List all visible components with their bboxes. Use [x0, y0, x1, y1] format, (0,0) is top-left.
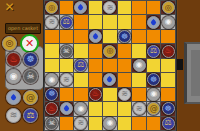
board-cell-r7c3[interactable] — [74, 88, 88, 101]
palette-gold-ring-rune-button[interactable]: ◎ — [2, 36, 17, 51]
blue-cog-rune-glyph: ☸ — [165, 105, 172, 113]
board-cell-r5c8[interactable] — [147, 59, 161, 72]
gold-ring-rune-glyph: ◎ — [165, 4, 172, 12]
board-cell-r2c5[interactable] — [103, 15, 117, 28]
white-spiral-rune-glyph: ◉ — [150, 90, 157, 98]
board-cell-r9c5[interactable]: ◉ — [103, 117, 117, 130]
blue-cog-rune-glyph: ☸ — [26, 55, 34, 64]
palette-blue-cog-rune-button[interactable]: ☸ — [23, 52, 38, 67]
water-rune-token — [147, 16, 160, 29]
board-cell-r6c3[interactable] — [74, 73, 88, 86]
gold-ring-rune-glyph: ◎ — [106, 47, 113, 55]
board-cell-r6c7[interactable] — [132, 73, 146, 86]
waves-rune-glyph: ≋ — [136, 105, 143, 113]
scales-rune-glyph: ⚖ — [150, 47, 157, 55]
board-cell-r2c7[interactable] — [132, 15, 146, 28]
board-cell-r8c1[interactable]: ♨ — [45, 102, 59, 115]
board-cell-r3c5[interactable] — [103, 30, 117, 43]
skull-rune-token: ☠ — [60, 45, 73, 58]
waves-rune-glyph: ≋ — [63, 76, 70, 84]
board-cell-r4c5[interactable]: ◎ — [103, 44, 117, 57]
blue-cog-rune-token: ☸ — [45, 88, 58, 101]
scales-rune-token: ⚖ — [74, 59, 87, 72]
water-rune-token — [89, 30, 102, 43]
fire-rune-glyph: ♨ — [9, 55, 17, 64]
board-cell-r1c1[interactable]: ◎ — [45, 1, 59, 14]
board-cell-r4c4[interactable] — [89, 44, 103, 57]
white-spiral-rune-token: ◉ — [74, 102, 87, 115]
skull-rune-glyph: ☠ — [63, 47, 70, 55]
board-cell-r2c8[interactable] — [147, 15, 161, 28]
board-cell-r5c6[interactable] — [118, 59, 132, 72]
board-cell-r7c5[interactable] — [103, 88, 117, 101]
fire-rune-token: ♨ — [45, 102, 58, 115]
board-cell-r6c9[interactable] — [161, 73, 175, 86]
board-cell-r4c8[interactable]: ⚖ — [147, 44, 161, 57]
board-cell-r4c7[interactable] — [132, 44, 146, 57]
scales-rune-glyph: ⚖ — [165, 119, 172, 127]
fire-rune-token: ♨ — [89, 88, 102, 101]
board-cell-r4c1[interactable] — [45, 44, 59, 57]
gold-spiral-rune-token: @ — [147, 102, 160, 115]
board-cell-r3c8[interactable] — [147, 30, 161, 43]
cancel-selection-button[interactable]: ✕ — [20, 34, 39, 53]
waves-rune-token: ≋ — [118, 88, 131, 101]
board-cell-r1c2[interactable] — [60, 1, 74, 14]
waves-rune-glyph: ≋ — [121, 90, 128, 98]
board-cell-r7c1[interactable]: ☸ — [45, 88, 59, 101]
palette-water-rune-button[interactable] — [6, 90, 21, 105]
fire-rune-glyph: ♨ — [165, 47, 172, 55]
board-cell-r8c7[interactable]: ≋ — [132, 102, 146, 115]
window-notch — [177, 59, 183, 70]
palette-skull-rune-button[interactable]: ☠ — [23, 69, 38, 84]
board-cell-r3c9[interactable] — [161, 30, 175, 43]
gold-spiral-rune-glyph: @ — [150, 105, 158, 113]
water-rune-token — [74, 1, 87, 14]
board-cell-r9c2[interactable] — [60, 117, 74, 130]
board-cell-r5c3[interactable]: ⚖ — [74, 59, 88, 72]
sudoku-board: ◎≋◎≋⚖◉☸☠◎⚖♨⚖◉◉≋☸☸♨≋◉♨◉≋@☸☠≋◉⚖ — [43, 0, 177, 131]
waves-rune-token: ≋ — [133, 102, 146, 115]
water-rune-glyph — [77, 4, 84, 11]
board-cell-r8c4[interactable] — [89, 102, 103, 115]
water-rune-token — [60, 102, 73, 115]
white-spiral-rune-glyph: ◉ — [106, 119, 113, 127]
waves-rune-token: ≋ — [103, 1, 116, 14]
board-cell-r3c6[interactable]: ☸ — [118, 30, 132, 43]
board-cell-r9c9[interactable]: ⚖ — [161, 117, 175, 130]
board-cell-r9c8[interactable] — [147, 117, 161, 130]
board-cell-r8c3[interactable]: ◉ — [74, 102, 88, 115]
gold-ring-rune-glyph: ◎ — [48, 4, 55, 12]
blue-cog-rune-token: ☸ — [162, 102, 175, 115]
board-cell-r6c5[interactable] — [103, 73, 117, 86]
waves-rune-token: ≋ — [60, 73, 73, 86]
board-cell-r7c6[interactable]: ≋ — [118, 88, 132, 101]
board-cell-r1c9[interactable]: ◎ — [161, 1, 175, 14]
scales-rune-glyph: ⚖ — [26, 111, 34, 120]
palette-fire-rune-button[interactable]: ♨ — [6, 52, 21, 67]
fire-rune-token: ♨ — [162, 45, 175, 58]
board-cell-r7c4[interactable]: ♨ — [89, 88, 103, 101]
gold-ring-rune-token: ◎ — [103, 45, 116, 58]
board-cell-r4c2[interactable]: ☠ — [60, 44, 74, 57]
board-cell-r8c6[interactable] — [118, 102, 132, 115]
waves-rune-glyph: ≋ — [10, 111, 18, 120]
board-cell-r7c2[interactable] — [60, 88, 74, 101]
blue-cog-rune-token: ☸ — [147, 73, 160, 86]
board-cell-r6c6[interactable] — [118, 73, 132, 86]
white-spiral-rune-token: ◉ — [133, 59, 146, 72]
background-window — [184, 42, 200, 104]
palette-scales-rune-button[interactable]: ⚖ — [23, 108, 38, 123]
palette-white-spiral-rune-button[interactable]: ◉ — [6, 69, 21, 84]
side-panel: ✕ open casket ◎✕♨☸◉☠@≋⚖ — [0, 0, 43, 131]
blue-cog-rune-token: ☸ — [118, 30, 131, 43]
scales-rune-token: ⚖ — [147, 45, 160, 58]
board-cell-r2c4[interactable] — [89, 15, 103, 28]
white-spiral-rune-glyph: ◉ — [77, 105, 84, 113]
board-cell-r8c5[interactable] — [103, 102, 117, 115]
board-cell-r5c5[interactable] — [103, 59, 117, 72]
board-cell-r5c2[interactable] — [60, 59, 74, 72]
game-screen: ✕ open casket ◎✕♨☸◉☠@≋⚖ ◎≋◎≋⚖◉☸☠◎⚖♨⚖◉◉≋☸… — [0, 0, 200, 131]
board-cell-r8c2[interactable] — [60, 102, 74, 115]
white-spiral-rune-token: ◉ — [162, 16, 175, 29]
gold-ring-rune-token: ◎ — [162, 1, 175, 14]
board-cell-r9c1[interactable]: ☠ — [45, 117, 59, 130]
board-cell-r1c3[interactable] — [74, 1, 88, 14]
skull-rune-glyph: ☠ — [26, 72, 34, 81]
board-cell-r2c9[interactable]: ◉ — [161, 15, 175, 28]
waves-rune-glyph: ≋ — [107, 4, 114, 12]
board-cell-r5c7[interactable]: ◉ — [132, 59, 146, 72]
board-cell-r6c8[interactable]: ☸ — [147, 73, 161, 86]
fire-rune-glyph: ♨ — [92, 90, 99, 98]
board-cell-r7c9[interactable] — [161, 88, 175, 101]
water-rune-glyph — [106, 76, 113, 83]
blue-cog-rune-glyph: ☸ — [48, 90, 55, 98]
gold-ring-rune-token: ◎ — [45, 1, 58, 14]
palette-gold-spiral-rune-button[interactable]: @ — [23, 90, 38, 105]
water-rune-glyph — [92, 33, 99, 40]
board-cell-r6c1[interactable]: ◉ — [45, 73, 59, 86]
gold-spiral-rune-glyph: @ — [26, 93, 35, 102]
board-cell-r7c7[interactable] — [132, 88, 146, 101]
water-rune-glyph — [10, 94, 17, 101]
board-cell-r1c6[interactable] — [118, 1, 132, 14]
white-spiral-rune-token: ◉ — [147, 88, 160, 101]
scales-rune-token: ⚖ — [60, 16, 73, 29]
board-cell-r2c3[interactable] — [74, 15, 88, 28]
board-cell-r9c3[interactable]: ≋ — [74, 117, 88, 130]
close-icon[interactable]: ✕ — [3, 1, 16, 14]
scales-rune-glyph: ⚖ — [77, 61, 84, 69]
board-cell-r4c3[interactable] — [74, 44, 88, 57]
scales-rune-token: ⚖ — [162, 117, 175, 130]
blue-cog-rune-glyph: ☸ — [121, 33, 128, 41]
gold-ring-rune-glyph: ◎ — [6, 39, 14, 48]
board-cell-r2c1[interactable]: ≋ — [45, 15, 59, 28]
board-cell-r1c8[interactable] — [147, 1, 161, 14]
white-spiral-rune-glyph: ◉ — [136, 61, 143, 69]
board-cell-r1c5[interactable]: ≋ — [103, 1, 117, 14]
white-spiral-rune-glyph: ◉ — [10, 72, 18, 81]
board-cell-r8c9[interactable]: ☸ — [161, 102, 175, 115]
board-cell-r1c7[interactable] — [132, 1, 146, 14]
board-cell-r5c9[interactable] — [161, 59, 175, 72]
board-cell-r5c4[interactable] — [89, 59, 103, 72]
scales-rune-glyph: ⚖ — [63, 18, 70, 26]
water-rune-glyph — [63, 105, 70, 112]
board-cell-r8c8[interactable]: @ — [147, 102, 161, 115]
board-cell-r5c1[interactable] — [45, 59, 59, 72]
open-casket-button[interactable]: open casket — [5, 23, 41, 34]
waves-rune-glyph: ≋ — [78, 119, 85, 127]
waves-rune-glyph: ≋ — [48, 18, 55, 26]
skull-rune-token: ☠ — [45, 117, 58, 130]
waves-rune-token: ≋ — [45, 16, 58, 29]
water-rune-token — [103, 73, 116, 86]
white-spiral-rune-glyph: ◉ — [165, 18, 172, 26]
board-cell-r6c4[interactable] — [89, 73, 103, 86]
board-cell-r3c1[interactable] — [45, 30, 59, 43]
white-spiral-rune-glyph: ◉ — [48, 76, 55, 84]
background-window-inset — [191, 50, 200, 96]
board-cell-r9c4[interactable] — [89, 117, 103, 130]
board-cell-r9c6[interactable] — [118, 117, 132, 130]
board-cell-r1c4[interactable] — [89, 1, 103, 14]
board-cell-r6c2[interactable]: ≋ — [60, 73, 74, 86]
board-cell-r4c9[interactable]: ♨ — [161, 44, 175, 57]
board-cell-r3c3[interactable] — [74, 30, 88, 43]
blue-cog-rune-glyph: ☸ — [150, 76, 157, 84]
board-cell-r3c7[interactable] — [132, 30, 146, 43]
white-spiral-rune-token: ◉ — [103, 117, 116, 130]
board-cell-r9c7[interactable] — [132, 117, 146, 130]
skull-rune-glyph: ☠ — [48, 119, 55, 127]
board-cell-r7c8[interactable]: ◉ — [147, 88, 161, 101]
waves-rune-token: ≋ — [74, 117, 87, 130]
palette-waves-rune-button[interactable]: ≋ — [6, 108, 21, 123]
board-cell-r3c2[interactable] — [60, 30, 74, 43]
white-spiral-rune-token: ◉ — [45, 73, 58, 86]
water-rune-glyph — [150, 19, 157, 26]
board-cell-r2c6[interactable] — [118, 15, 132, 28]
board-cell-r4c6[interactable] — [118, 44, 132, 57]
fire-rune-glyph: ♨ — [48, 105, 55, 113]
board-cell-r2c2[interactable]: ⚖ — [60, 15, 74, 28]
board-cell-r3c4[interactable] — [89, 30, 103, 43]
